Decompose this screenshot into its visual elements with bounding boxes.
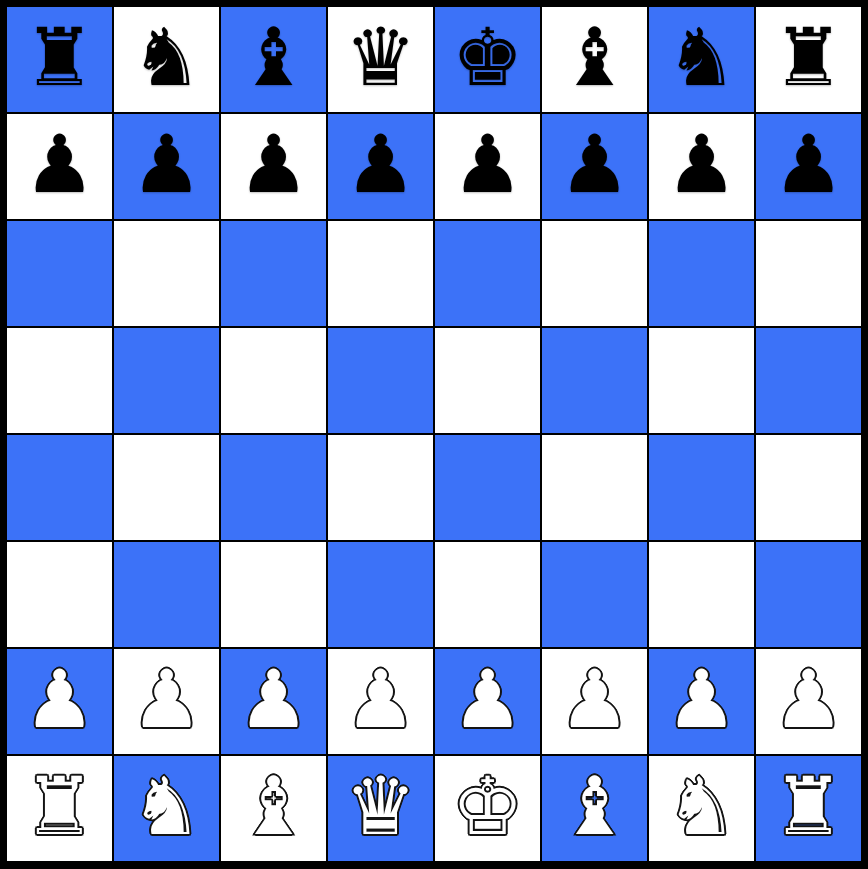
square-f1[interactable]: ♝	[542, 756, 647, 861]
square-a5[interactable]	[7, 328, 112, 433]
square-c5[interactable]	[221, 328, 326, 433]
square-e5[interactable]	[435, 328, 540, 433]
white-bishop-icon: ♝	[238, 767, 310, 847]
square-f5[interactable]	[542, 328, 647, 433]
square-h3[interactable]	[756, 542, 861, 647]
square-d5[interactable]	[328, 328, 433, 433]
white-knight-icon: ♞	[666, 767, 738, 847]
black-rook-icon: ♜	[24, 18, 96, 98]
square-e4[interactable]	[435, 435, 540, 540]
square-a6[interactable]	[7, 221, 112, 326]
square-a4[interactable]	[7, 435, 112, 540]
square-e7[interactable]: ♟	[435, 114, 540, 219]
square-g7[interactable]: ♟	[649, 114, 754, 219]
square-c2[interactable]: ♟	[221, 649, 326, 754]
white-pawn-icon: ♟	[452, 660, 524, 740]
square-f2[interactable]: ♟	[542, 649, 647, 754]
black-pawn-icon: ♟	[452, 125, 524, 205]
black-king-icon: ♚	[452, 18, 524, 98]
square-f4[interactable]	[542, 435, 647, 540]
square-d1[interactable]: ♛	[328, 756, 433, 861]
black-pawn-icon: ♟	[131, 125, 203, 205]
square-c1[interactable]: ♝	[221, 756, 326, 861]
square-f7[interactable]: ♟	[542, 114, 647, 219]
square-g2[interactable]: ♟	[649, 649, 754, 754]
white-king-icon: ♚	[452, 767, 524, 847]
square-g8[interactable]: ♞	[649, 7, 754, 112]
square-a8[interactable]: ♜	[7, 7, 112, 112]
white-bishop-icon: ♝	[559, 767, 631, 847]
white-rook-icon: ♜	[773, 767, 845, 847]
square-f8[interactable]: ♝	[542, 7, 647, 112]
square-b2[interactable]: ♟	[114, 649, 219, 754]
square-b3[interactable]	[114, 542, 219, 647]
black-pawn-icon: ♟	[345, 125, 417, 205]
square-c3[interactable]	[221, 542, 326, 647]
white-pawn-icon: ♟	[131, 660, 203, 740]
white-queen-icon: ♛	[345, 767, 417, 847]
chess-board: ♜♞♝♛♚♝♞♜♟♟♟♟♟♟♟♟♟♟♟♟♟♟♟♟♜♞♝♛♚♝♞♜	[0, 0, 868, 869]
square-h7[interactable]: ♟	[756, 114, 861, 219]
black-knight-icon: ♞	[666, 18, 738, 98]
square-e6[interactable]	[435, 221, 540, 326]
black-rook-icon: ♜	[773, 18, 845, 98]
white-rook-icon: ♜	[24, 767, 96, 847]
square-g5[interactable]	[649, 328, 754, 433]
white-pawn-icon: ♟	[773, 660, 845, 740]
white-pawn-icon: ♟	[559, 660, 631, 740]
black-queen-icon: ♛	[345, 18, 417, 98]
black-pawn-icon: ♟	[773, 125, 845, 205]
white-pawn-icon: ♟	[24, 660, 96, 740]
square-b1[interactable]: ♞	[114, 756, 219, 861]
white-pawn-icon: ♟	[666, 660, 738, 740]
square-b4[interactable]	[114, 435, 219, 540]
square-c6[interactable]	[221, 221, 326, 326]
square-a1[interactable]: ♜	[7, 756, 112, 861]
square-b8[interactable]: ♞	[114, 7, 219, 112]
square-e3[interactable]	[435, 542, 540, 647]
square-d7[interactable]: ♟	[328, 114, 433, 219]
square-h5[interactable]	[756, 328, 861, 433]
square-e8[interactable]: ♚	[435, 7, 540, 112]
white-pawn-icon: ♟	[345, 660, 417, 740]
square-h2[interactable]: ♟	[756, 649, 861, 754]
white-knight-icon: ♞	[131, 767, 203, 847]
square-a2[interactable]: ♟	[7, 649, 112, 754]
square-b6[interactable]	[114, 221, 219, 326]
black-bishop-icon: ♝	[238, 18, 310, 98]
square-b7[interactable]: ♟	[114, 114, 219, 219]
square-d6[interactable]	[328, 221, 433, 326]
square-h6[interactable]	[756, 221, 861, 326]
square-g4[interactable]	[649, 435, 754, 540]
square-e2[interactable]: ♟	[435, 649, 540, 754]
square-a3[interactable]	[7, 542, 112, 647]
square-f6[interactable]	[542, 221, 647, 326]
black-bishop-icon: ♝	[559, 18, 631, 98]
square-a7[interactable]: ♟	[7, 114, 112, 219]
square-f3[interactable]	[542, 542, 647, 647]
square-h4[interactable]	[756, 435, 861, 540]
square-d3[interactable]	[328, 542, 433, 647]
white-pawn-icon: ♟	[238, 660, 310, 740]
square-g6[interactable]	[649, 221, 754, 326]
black-knight-icon: ♞	[131, 18, 203, 98]
square-b5[interactable]	[114, 328, 219, 433]
square-e1[interactable]: ♚	[435, 756, 540, 861]
black-pawn-icon: ♟	[559, 125, 631, 205]
black-pawn-icon: ♟	[238, 125, 310, 205]
square-h8[interactable]: ♜	[756, 7, 861, 112]
square-g1[interactable]: ♞	[649, 756, 754, 861]
black-pawn-icon: ♟	[24, 125, 96, 205]
square-d4[interactable]	[328, 435, 433, 540]
square-c4[interactable]	[221, 435, 326, 540]
square-c7[interactable]: ♟	[221, 114, 326, 219]
square-g3[interactable]	[649, 542, 754, 647]
black-pawn-icon: ♟	[666, 125, 738, 205]
square-d2[interactable]: ♟	[328, 649, 433, 754]
square-h1[interactable]: ♜	[756, 756, 861, 861]
square-c8[interactable]: ♝	[221, 7, 326, 112]
square-d8[interactable]: ♛	[328, 7, 433, 112]
